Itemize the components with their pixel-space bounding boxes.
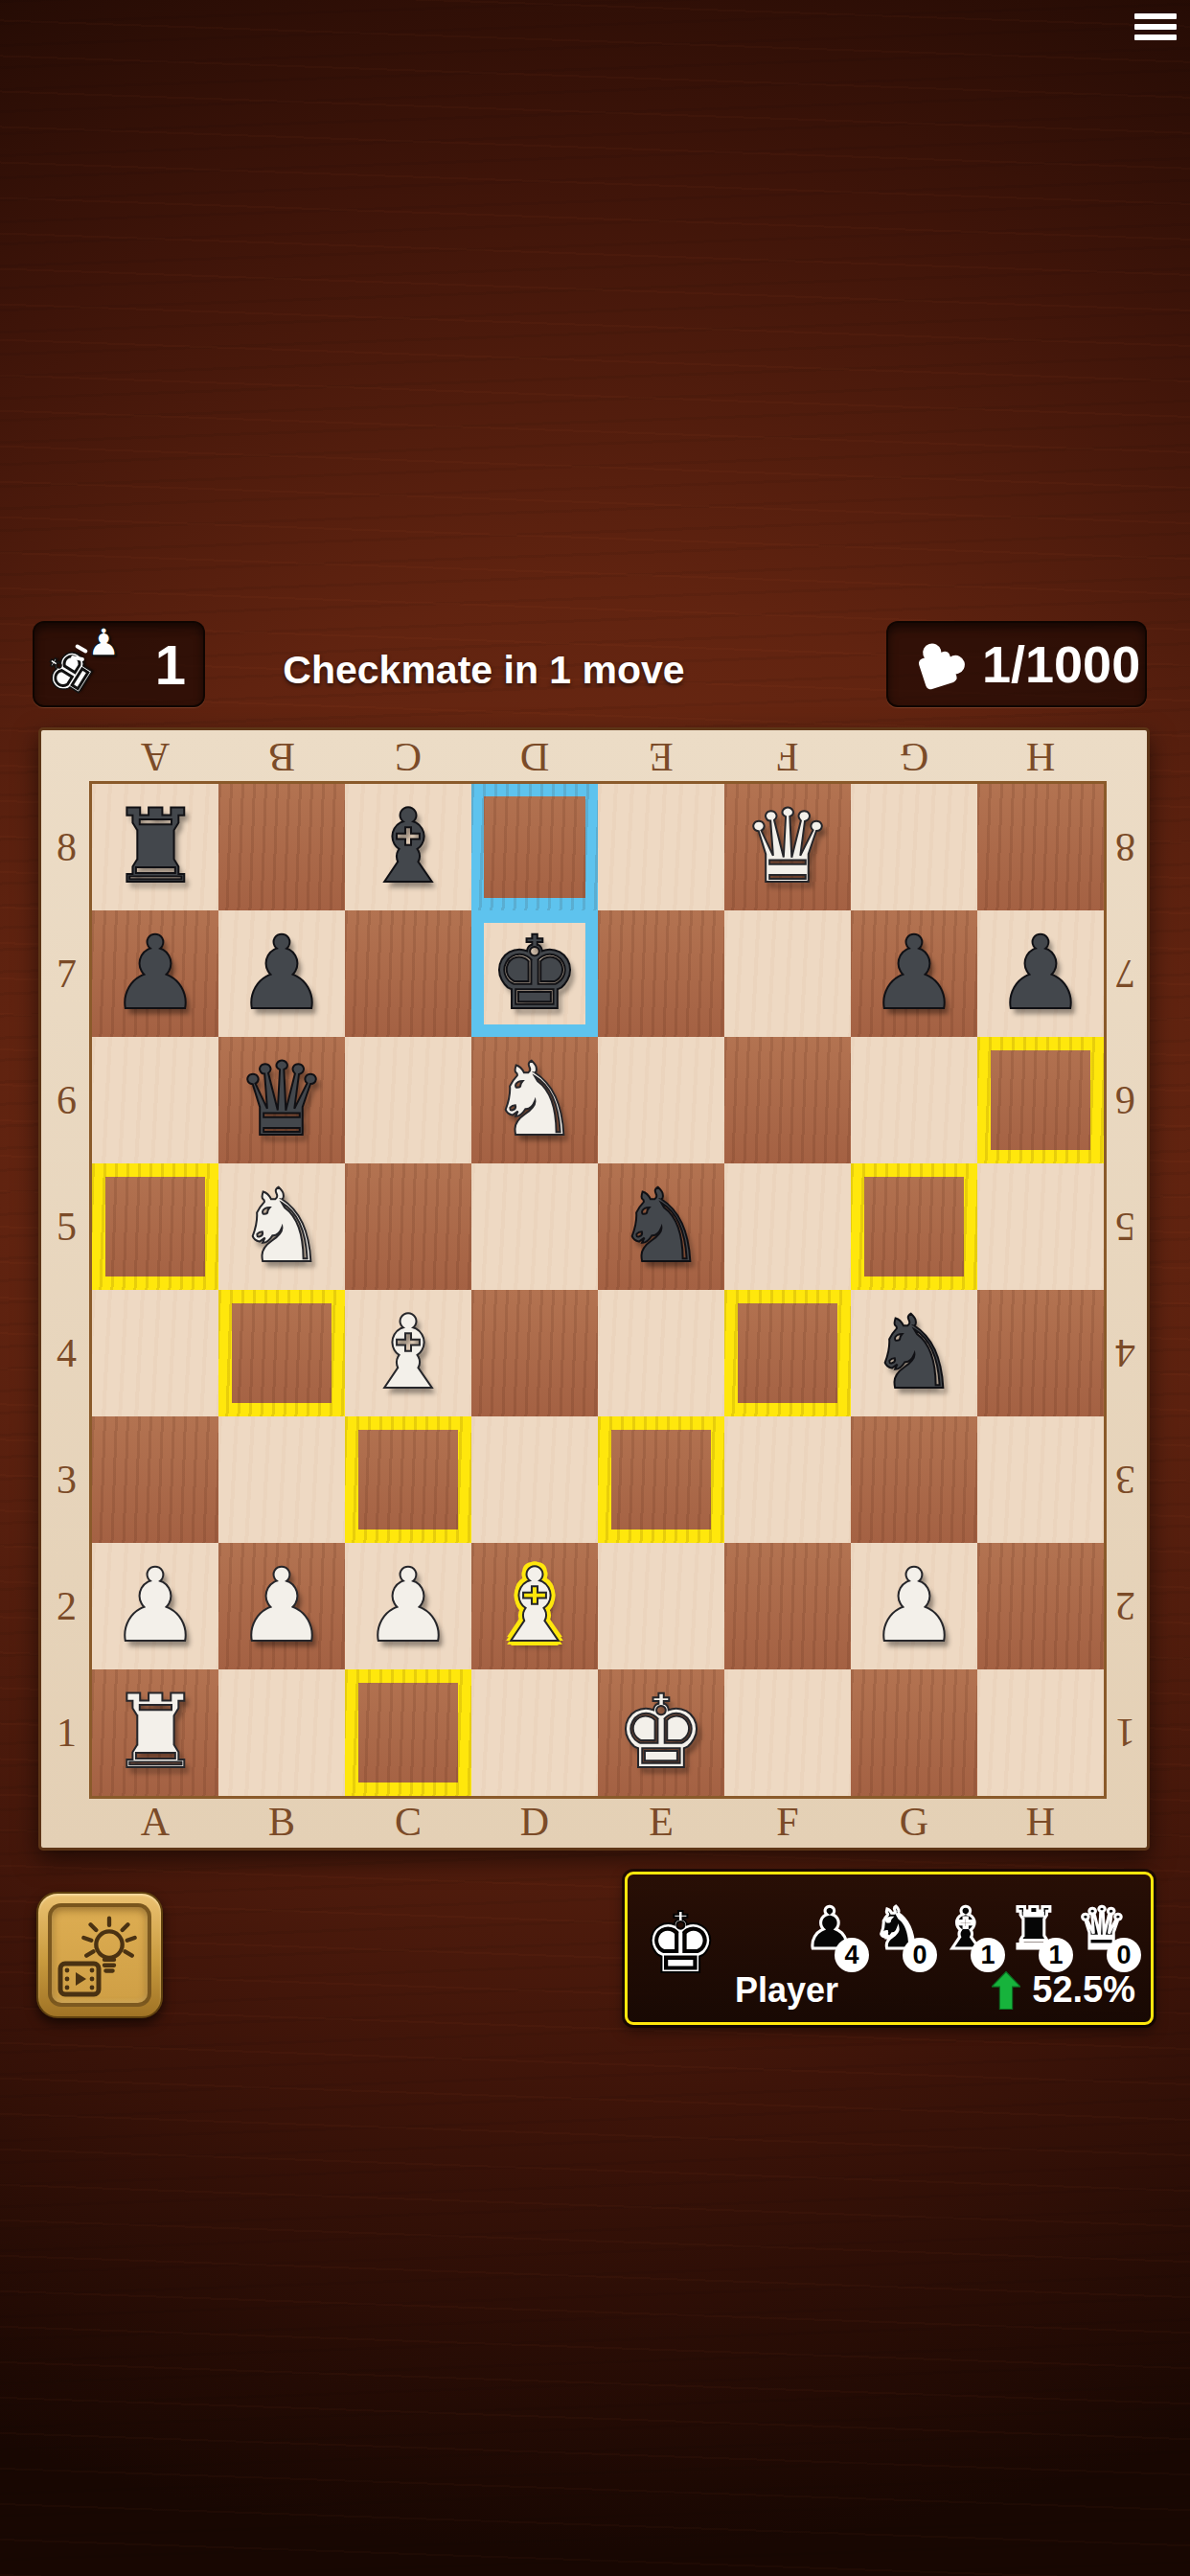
square-g5[interactable] [851,1163,977,1290]
captured-pawn-count: 4 [835,1938,869,1972]
white-bishop-d2: ♝ [471,1543,598,1669]
square-f7[interactable] [724,910,851,1037]
square-b4[interactable] [218,1290,345,1416]
video-play-icon [57,1961,102,1997]
square-f5[interactable] [724,1163,851,1290]
square-d1[interactable] [471,1669,598,1796]
square-b8[interactable] [218,784,345,910]
board-grid: ♜♝♛♟♟♚♟♟♛♞♞♞♝♞♟♟♟♝♟♜♚ [89,781,1107,1799]
white-pawn-a2: ♟ [92,1543,218,1669]
black-knight-g4: ♞ [851,1290,977,1416]
file-label-b: B [218,1796,345,1848]
captured-pawn: ♟4 [804,1899,863,1970]
file-label-f: F [724,1796,851,1848]
square-h8[interactable] [977,784,1104,910]
captured-rook-count: 1 [1039,1938,1073,1972]
square-f4[interactable] [724,1290,851,1416]
moves-count-value: 1 [155,632,186,697]
puzzle-title: Checkmate in 1 move [268,648,699,693]
square-e6[interactable] [598,1037,724,1163]
app-background: ♚ ♟ 1 Checkmate in 1 move 1/1000 ABCDEFG… [0,0,1190,2576]
hamburger-menu-icon[interactable] [1134,10,1179,44]
file-label-h: H [977,730,1104,784]
square-c3[interactable] [345,1416,471,1543]
menu-bar [1134,13,1177,19]
square-f1[interactable] [724,1669,851,1796]
black-pawn-a7: ♟ [92,910,218,1037]
square-h6[interactable] [977,1037,1104,1163]
rank-label-2: 2 [1104,1543,1147,1669]
square-a6[interactable] [92,1037,218,1163]
square-d8[interactable] [471,784,598,910]
white-king-icon: ♚ [643,1901,719,1986]
file-label-d: D [471,730,598,784]
hint-button[interactable] [36,1892,163,2018]
white-rook-a1: ♜ [92,1669,218,1796]
file-label-b: B [218,730,345,784]
square-e4[interactable] [598,1290,724,1416]
rank-labels-left: 87654321 [41,784,92,1796]
rank-label-1: 1 [1104,1669,1147,1796]
rank-label-7: 7 [41,910,92,1037]
square-c6[interactable] [345,1037,471,1163]
square-c1[interactable] [345,1669,471,1796]
captured-pieces-row: ♟4♞0♝1♜1♛0 [804,1899,1135,1970]
square-a3[interactable] [92,1416,218,1543]
rank-label-3: 3 [1104,1416,1147,1543]
square-c8[interactable]: ♝ [345,784,471,910]
rank-label-2: 2 [41,1543,92,1669]
square-a5[interactable] [92,1163,218,1290]
puzzle-progress-value: 1/1000 [982,634,1140,694]
square-g1[interactable] [851,1669,977,1796]
black-pawn-g7: ♟ [851,910,977,1037]
square-f8[interactable]: ♛ [724,784,851,910]
square-a7[interactable]: ♟ [92,910,218,1037]
captured-bishop: ♝1 [940,1899,999,1970]
player-name: Player [735,1970,838,2011]
captured-knight: ♞0 [872,1899,931,1970]
white-queen-f8: ♛ [724,784,851,910]
square-h1[interactable] [977,1669,1104,1796]
square-g3[interactable] [851,1416,977,1543]
square-c7[interactable] [345,910,471,1037]
chess-board: ABCDEFGH 87654321 ♜♝♛♟♟♚♟♟♛♞♞♞♝♞♟♟♟♝♟♜♚ … [38,727,1150,1851]
menu-bar [1134,34,1177,40]
rank-labels-right: 87654321 [1104,784,1147,1796]
rank-label-3: 3 [41,1416,92,1543]
rank-label-8: 8 [1104,784,1147,910]
square-b1[interactable] [218,1669,345,1796]
square-c4[interactable]: ♝ [345,1290,471,1416]
square-h4[interactable] [977,1290,1104,1416]
square-e3[interactable] [598,1416,724,1543]
file-label-c: C [345,730,471,784]
white-king-e1: ♚ [598,1669,724,1796]
pawn-icon: ♟ [86,620,121,664]
white-pawn-g2: ♟ [851,1543,977,1669]
file-labels-bottom: ABCDEFGH [92,1796,1104,1848]
square-a8[interactable]: ♜ [92,784,218,910]
file-label-e: E [598,730,724,784]
square-g6[interactable] [851,1037,977,1163]
black-bishop-c8: ♝ [345,784,471,910]
square-d4[interactable] [471,1290,598,1416]
file-label-h: H [977,1796,1104,1848]
rank-label-4: 4 [1104,1290,1147,1416]
file-label-g: G [851,1796,977,1848]
square-h7[interactable]: ♟ [977,910,1104,1037]
square-g2[interactable]: ♟ [851,1543,977,1669]
black-knight-e5: ♞ [598,1163,724,1290]
rank-label-6: 6 [41,1037,92,1163]
menu-bar [1134,24,1177,30]
square-a2[interactable]: ♟ [92,1543,218,1669]
black-rook-a8: ♜ [92,784,218,910]
square-d6[interactable]: ♞ [471,1037,598,1163]
square-e1[interactable]: ♚ [598,1669,724,1796]
square-d2[interactable]: ♝ [471,1543,598,1669]
square-e8[interactable] [598,784,724,910]
square-d7[interactable]: ♚ [471,910,598,1037]
white-bishop-c4: ♝ [345,1290,471,1416]
square-g7[interactable]: ♟ [851,910,977,1037]
square-e7[interactable] [598,910,724,1037]
square-d3[interactable] [471,1416,598,1543]
square-b6[interactable]: ♛ [218,1037,345,1163]
white-knight-d6: ♞ [471,1037,598,1163]
black-pawn-h7: ♟ [977,910,1104,1037]
square-e2[interactable] [598,1543,724,1669]
white-knight-b5: ♞ [218,1163,345,1290]
square-b3[interactable] [218,1416,345,1543]
captured-queen: ♛0 [1076,1899,1135,1970]
square-f2[interactable] [724,1543,851,1669]
file-label-a: A [92,1796,218,1848]
square-f6[interactable] [724,1037,851,1163]
square-h5[interactable] [977,1163,1104,1290]
black-king-d7: ♚ [471,910,598,1037]
square-c5[interactable] [345,1163,471,1290]
square-g4[interactable]: ♞ [851,1290,977,1416]
black-pawn-b7: ♟ [218,910,345,1037]
captured-rook: ♜1 [1008,1899,1067,1970]
captured-knight-count: 0 [903,1938,937,1972]
captured-bishop-count: 1 [971,1938,1005,1972]
square-c2[interactable]: ♟ [345,1543,471,1669]
file-label-f: F [724,730,851,784]
square-e5[interactable]: ♞ [598,1163,724,1290]
rank-label-4: 4 [41,1290,92,1416]
rank-label-5: 5 [41,1163,92,1290]
win-chance: 52.5% [992,1969,1135,2011]
file-label-a: A [92,730,218,784]
rank-label-5: 5 [1104,1163,1147,1290]
rank-label-1: 1 [41,1669,92,1796]
square-g8[interactable] [851,784,977,910]
rank-label-8: 8 [41,784,92,910]
file-labels-top: ABCDEFGH [92,730,1104,784]
player-panel: ♚ Player ♟4♞0♝1♜1♛0 52.5% [625,1872,1154,2025]
captured-queen-count: 0 [1107,1938,1141,1972]
green-up-arrow-icon [992,1971,1020,2010]
file-label-g: G [851,730,977,784]
square-a4[interactable] [92,1290,218,1416]
square-h2[interactable] [977,1543,1104,1669]
black-queen-b6: ♛ [218,1037,345,1163]
white-pawn-c2: ♟ [345,1543,471,1669]
puzzle-piece-icon [907,634,967,694]
file-label-d: D [471,1796,598,1848]
white-pawn-b2: ♟ [218,1543,345,1669]
puzzle-progress-badge[interactable]: 1/1000 [886,621,1147,707]
square-f3[interactable] [724,1416,851,1543]
hint-button-face [48,1903,151,2007]
square-d5[interactable] [471,1163,598,1290]
win-chance-value: 52.5% [1032,1969,1135,2011]
square-a1[interactable]: ♜ [92,1669,218,1796]
checkmate-icon: ♚ ♟ [42,624,128,704]
moves-count-badge: ♚ ♟ 1 [33,621,205,707]
rank-label-6: 6 [1104,1037,1147,1163]
square-h3[interactable] [977,1416,1104,1543]
file-label-e: E [598,1796,724,1848]
file-label-c: C [345,1796,471,1848]
square-b5[interactable]: ♞ [218,1163,345,1290]
rank-label-7: 7 [1104,910,1147,1037]
square-b7[interactable]: ♟ [218,910,345,1037]
square-b2[interactable]: ♟ [218,1543,345,1669]
